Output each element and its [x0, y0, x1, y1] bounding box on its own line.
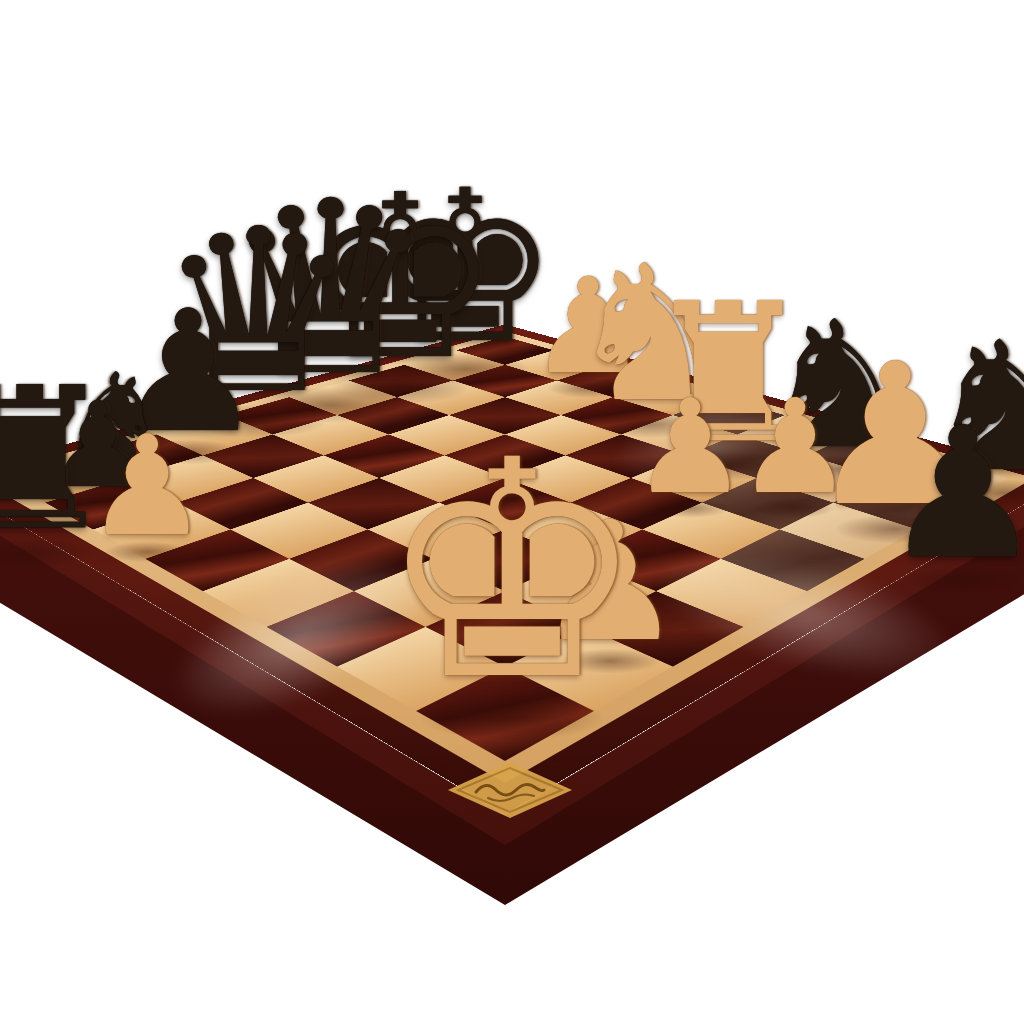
piece-black-pawn-h3[interactable]: ♟ — [882, 403, 1024, 584]
chess-photo-scene: ♜♞♟♟♟♛♛♚♚♟♞♟♜♟♞♟♟♞♚♟ — [0, 0, 1024, 1024]
piece-white-king-c3[interactable]: ♚ — [378, 422, 647, 722]
pieces-layer: ♜♞♟♟♟♛♛♚♚♟♞♟♜♟♞♟♟♞♚♟ — [0, 0, 1024, 1024]
piece-black-rook-a7[interactable]: ♜ — [0, 361, 118, 557]
